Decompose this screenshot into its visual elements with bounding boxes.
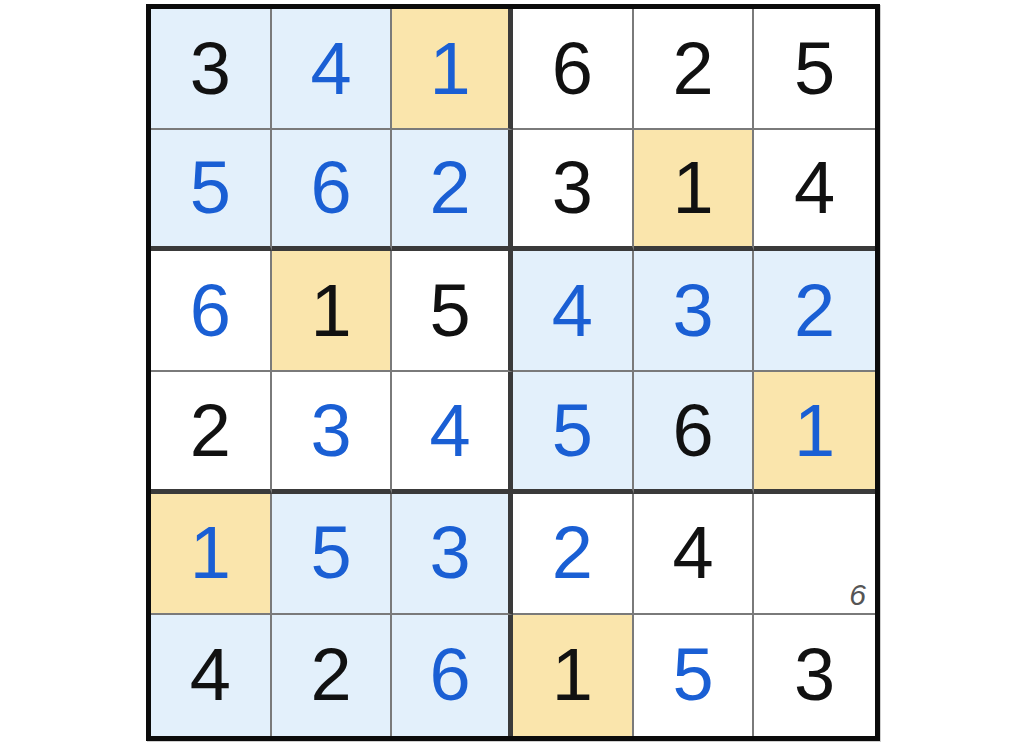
sudoku-cell-r4c2[interactable]: 3 — [272, 372, 393, 493]
entered-digit: 3 — [672, 274, 713, 348]
given-digit: 2 — [190, 394, 231, 468]
sudoku-cell-r5c1[interactable]: 1 — [151, 494, 272, 615]
entered-digit: 2 — [552, 516, 593, 590]
sudoku-cell-r6c3[interactable]: 6 — [392, 615, 513, 736]
sudoku-cell-r4c4[interactable]: 5 — [513, 372, 634, 493]
entered-digit: 1 — [430, 32, 471, 106]
given-digit: 2 — [310, 638, 351, 712]
entered-digit: 6 — [310, 151, 351, 225]
sudoku-cell-r1c2[interactable]: 4 — [272, 9, 393, 130]
sudoku-cell-r2c5[interactable]: 1 — [634, 130, 755, 251]
sudoku-cell-r1c1[interactable]: 3 — [151, 9, 272, 130]
sudoku-cell-r5c6[interactable]: 6 — [754, 494, 875, 615]
entered-digit: 3 — [430, 516, 471, 590]
sudoku-cell-r3c6[interactable]: 2 — [754, 251, 875, 372]
given-digit: 3 — [190, 32, 231, 106]
sudoku-cell-r6c4[interactable]: 1 — [513, 615, 634, 736]
entered-digit: 5 — [552, 394, 593, 468]
sudoku-cell-r6c6[interactable]: 3 — [754, 615, 875, 736]
given-digit: 4 — [672, 516, 713, 590]
entered-digit: 5 — [310, 516, 351, 590]
entered-digit: 4 — [552, 274, 593, 348]
given-digit: 3 — [552, 151, 593, 225]
sudoku-cell-r2c6[interactable]: 4 — [754, 130, 875, 251]
sudoku-cell-r3c1[interactable]: 6 — [151, 251, 272, 372]
given-digit: 1 — [310, 274, 351, 348]
entered-digit: 1 — [190, 516, 231, 590]
sudoku-cell-r4c6[interactable]: 1 — [754, 372, 875, 493]
given-digit: 1 — [672, 151, 713, 225]
sudoku-cell-r3c5[interactable]: 3 — [634, 251, 755, 372]
given-digit: 4 — [190, 638, 231, 712]
entered-digit: 3 — [310, 394, 351, 468]
given-digit: 2 — [672, 32, 713, 106]
given-digit: 6 — [552, 32, 593, 106]
sudoku-cell-r1c4[interactable]: 6 — [513, 9, 634, 130]
entered-digit: 6 — [190, 274, 231, 348]
given-digit: 1 — [552, 638, 593, 712]
sudoku-cell-r5c5[interactable]: 4 — [634, 494, 755, 615]
page-background: 341625562314615432234561153246426153 — [0, 0, 1024, 749]
sudoku-cell-r2c2[interactable]: 6 — [272, 130, 393, 251]
pencil-mark: 6 — [849, 580, 866, 610]
sudoku-cell-r4c3[interactable]: 4 — [392, 372, 513, 493]
sudoku-cell-r5c2[interactable]: 5 — [272, 494, 393, 615]
sudoku-cell-r5c4[interactable]: 2 — [513, 494, 634, 615]
sudoku-cell-r1c5[interactable]: 2 — [634, 9, 755, 130]
sudoku-cell-r6c5[interactable]: 5 — [634, 615, 755, 736]
given-digit: 6 — [672, 394, 713, 468]
sudoku-board: 341625562314615432234561153246426153 — [146, 4, 880, 741]
entered-digit: 6 — [430, 638, 471, 712]
entered-digit: 5 — [672, 638, 713, 712]
entered-digit: 1 — [794, 394, 835, 468]
entered-digit: 2 — [430, 151, 471, 225]
sudoku-cell-r3c3[interactable]: 5 — [392, 251, 513, 372]
sudoku-cell-r2c3[interactable]: 2 — [392, 130, 513, 251]
given-digit: 5 — [430, 274, 471, 348]
sudoku-cell-r5c3[interactable]: 3 — [392, 494, 513, 615]
sudoku-cell-r4c1[interactable]: 2 — [151, 372, 272, 493]
entered-digit: 4 — [310, 32, 351, 106]
sudoku-cell-r2c4[interactable]: 3 — [513, 130, 634, 251]
given-digit: 5 — [794, 32, 835, 106]
sudoku-cell-r1c3[interactable]: 1 — [392, 9, 513, 130]
sudoku-cell-r2c1[interactable]: 5 — [151, 130, 272, 251]
given-digit: 4 — [794, 151, 835, 225]
entered-digit: 5 — [190, 151, 231, 225]
sudoku-cell-r1c6[interactable]: 5 — [754, 9, 875, 130]
sudoku-cell-r3c2[interactable]: 1 — [272, 251, 393, 372]
entered-digit: 2 — [794, 274, 835, 348]
sudoku-cell-r3c4[interactable]: 4 — [513, 251, 634, 372]
given-digit: 3 — [794, 638, 835, 712]
entered-digit: 4 — [430, 394, 471, 468]
sudoku-cell-r4c5[interactable]: 6 — [634, 372, 755, 493]
sudoku-cell-r6c1[interactable]: 4 — [151, 615, 272, 736]
sudoku-cell-r6c2[interactable]: 2 — [272, 615, 393, 736]
